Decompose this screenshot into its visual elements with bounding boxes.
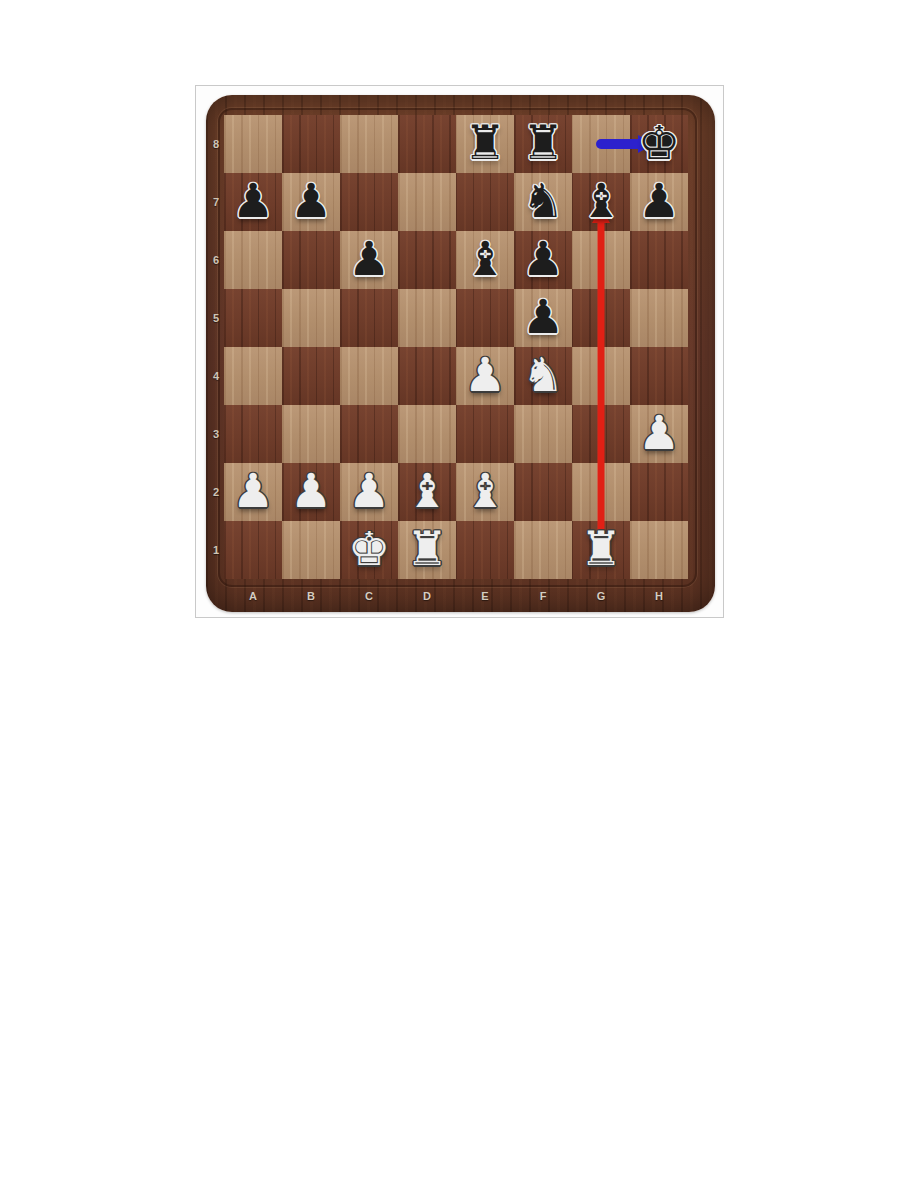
square-d7[interactable] (398, 173, 456, 231)
piece-black-pawn-a7[interactable]: ♟ (224, 173, 282, 231)
piece-black-rook-e8[interactable]: ♜ (456, 115, 514, 173)
piece-black-pawn-b7[interactable]: ♟ (282, 173, 340, 231)
square-b6[interactable] (282, 231, 340, 289)
square-g3[interactable] (572, 405, 630, 463)
square-e5[interactable] (456, 289, 514, 347)
piece-white-rook-g1[interactable]: ♜ (572, 521, 630, 579)
file-label-f: F (514, 586, 572, 606)
square-h6[interactable] (630, 231, 688, 289)
square-g4[interactable] (572, 347, 630, 405)
piece-black-pawn-c6[interactable]: ♟ (340, 231, 398, 289)
piece-white-pawn-h3[interactable]: ♟ (630, 405, 688, 463)
square-e3[interactable] (456, 405, 514, 463)
square-d4[interactable] (398, 347, 456, 405)
square-g5[interactable] (572, 289, 630, 347)
piece-white-king-c1[interactable]: ♚ (340, 521, 398, 579)
file-label-a: A (224, 586, 282, 606)
square-a5[interactable] (224, 289, 282, 347)
rank-label-1: 1 (208, 521, 224, 579)
square-b4[interactable] (282, 347, 340, 405)
piece-white-bishop-d2[interactable]: ♝ (398, 463, 456, 521)
piece-white-pawn-c2[interactable]: ♟ (340, 463, 398, 521)
file-label-d: D (398, 586, 456, 606)
square-c4[interactable] (340, 347, 398, 405)
square-g8[interactable] (572, 115, 630, 173)
piece-black-pawn-f6[interactable]: ♟ (514, 231, 572, 289)
piece-white-pawn-e4[interactable]: ♟ (456, 347, 514, 405)
square-d8[interactable] (398, 115, 456, 173)
piece-black-pawn-f5[interactable]: ♟ (514, 289, 572, 347)
square-b1[interactable] (282, 521, 340, 579)
rank-label-6: 6 (208, 231, 224, 289)
square-b3[interactable] (282, 405, 340, 463)
piece-white-pawn-b2[interactable]: ♟ (282, 463, 340, 521)
square-a3[interactable] (224, 405, 282, 463)
rank-label-5: 5 (208, 289, 224, 347)
square-c3[interactable] (340, 405, 398, 463)
square-a6[interactable] (224, 231, 282, 289)
square-a4[interactable] (224, 347, 282, 405)
square-g2[interactable] (572, 463, 630, 521)
piece-white-rook-d1[interactable]: ♜ (398, 521, 456, 579)
square-h2[interactable] (630, 463, 688, 521)
file-label-c: C (340, 586, 398, 606)
piece-black-pawn-h7[interactable]: ♟ (630, 173, 688, 231)
square-e1[interactable] (456, 521, 514, 579)
square-a1[interactable] (224, 521, 282, 579)
chess-board: ♜♜♚♟♟♞♝♟♟♝♟♟♟♞♟♟♟♟♝♝♚♜♜ 87654321ABCDEFGH (206, 95, 715, 612)
file-label-b: B (282, 586, 340, 606)
piece-black-bishop-e6[interactable]: ♝ (456, 231, 514, 289)
square-f3[interactable] (514, 405, 572, 463)
square-a8[interactable] (224, 115, 282, 173)
piece-black-knight-f7[interactable]: ♞ (514, 173, 572, 231)
file-label-h: H (630, 586, 688, 606)
file-label-g: G (572, 586, 630, 606)
rank-label-8: 8 (208, 115, 224, 173)
square-f1[interactable] (514, 521, 572, 579)
piece-white-pawn-a2[interactable]: ♟ (224, 463, 282, 521)
rank-label-2: 2 (208, 463, 224, 521)
square-b5[interactable] (282, 289, 340, 347)
square-d3[interactable] (398, 405, 456, 463)
square-e7[interactable] (456, 173, 514, 231)
square-d6[interactable] (398, 231, 456, 289)
square-c5[interactable] (340, 289, 398, 347)
rank-label-4: 4 (208, 347, 224, 405)
square-c8[interactable] (340, 115, 398, 173)
square-h4[interactable] (630, 347, 688, 405)
square-h1[interactable] (630, 521, 688, 579)
square-h5[interactable] (630, 289, 688, 347)
file-label-e: E (456, 586, 514, 606)
piece-black-king-h8[interactable]: ♚ (630, 115, 688, 173)
piece-black-rook-f8[interactable]: ♜ (514, 115, 572, 173)
square-b8[interactable] (282, 115, 340, 173)
rank-label-7: 7 (208, 173, 224, 231)
square-c7[interactable] (340, 173, 398, 231)
piece-white-bishop-e2[interactable]: ♝ (456, 463, 514, 521)
piece-black-bishop-g7[interactable]: ♝ (572, 173, 630, 231)
square-d5[interactable] (398, 289, 456, 347)
square-g6[interactable] (572, 231, 630, 289)
rank-label-3: 3 (208, 405, 224, 463)
piece-white-knight-f4[interactable]: ♞ (514, 347, 572, 405)
square-f2[interactable] (514, 463, 572, 521)
board-image-frame: ♜♜♚♟♟♞♝♟♟♝♟♟♟♞♟♟♟♟♝♝♚♜♜ 87654321ABCDEFGH (195, 85, 724, 618)
